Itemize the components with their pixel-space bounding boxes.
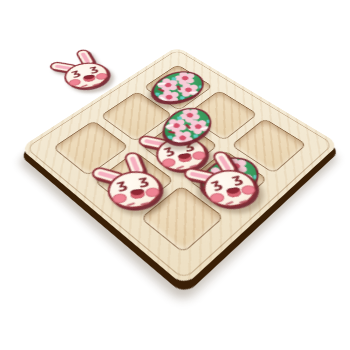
bunny-eye: ʒ <box>208 177 224 191</box>
teal-sparkle <box>171 77 176 80</box>
bunny-cheek <box>145 187 160 198</box>
photo-scene: ʒʒʒʒʒʒʒʒ <box>0 0 350 350</box>
teal-sparkle <box>198 85 203 89</box>
blush-dash <box>176 165 184 169</box>
bunny-cheek <box>112 193 127 204</box>
blush-dash <box>140 202 149 206</box>
bunny-mouth <box>226 187 243 198</box>
red-dash <box>185 124 191 129</box>
flower <box>181 75 190 81</box>
teal-sparkle <box>207 120 212 123</box>
blush-dash <box>225 201 234 206</box>
bunny-cheek <box>209 192 226 203</box>
bunny-piece[interactable]: ʒʒ <box>58 48 115 93</box>
blush-dash <box>92 83 99 86</box>
bunny-cheek <box>68 78 81 86</box>
bunny-piece[interactable]: ʒʒ <box>103 152 169 213</box>
teal-sparkle <box>180 96 185 100</box>
bunny-eye: ʒ <box>137 174 150 187</box>
teal-sparkle <box>177 116 182 119</box>
flower <box>185 112 194 118</box>
red-dash <box>158 88 165 92</box>
blush-dash <box>126 202 135 206</box>
bunny-mouth <box>83 74 96 82</box>
bunny-eye: ʒ <box>230 172 245 186</box>
highlight-streak <box>189 92 200 94</box>
bunny-eye: ʒ <box>88 64 99 74</box>
bunny-mouth <box>130 189 145 200</box>
red-dash <box>177 85 181 90</box>
bunny-cheek <box>161 158 176 168</box>
highlight-streak <box>165 124 175 128</box>
bunny-cheek <box>95 72 108 80</box>
red-dash <box>168 130 176 133</box>
blush-dash <box>239 200 248 204</box>
blush-dash <box>81 84 88 87</box>
teal-sparkle <box>167 135 172 139</box>
teal-sparkle <box>155 92 160 96</box>
bunny-eye: ʒ <box>162 144 177 157</box>
bunny-eye: ʒ <box>115 178 129 192</box>
teal-sparkle <box>193 134 198 138</box>
bunny-cheek <box>240 184 257 195</box>
bunny-eye: ʒ <box>70 68 82 78</box>
